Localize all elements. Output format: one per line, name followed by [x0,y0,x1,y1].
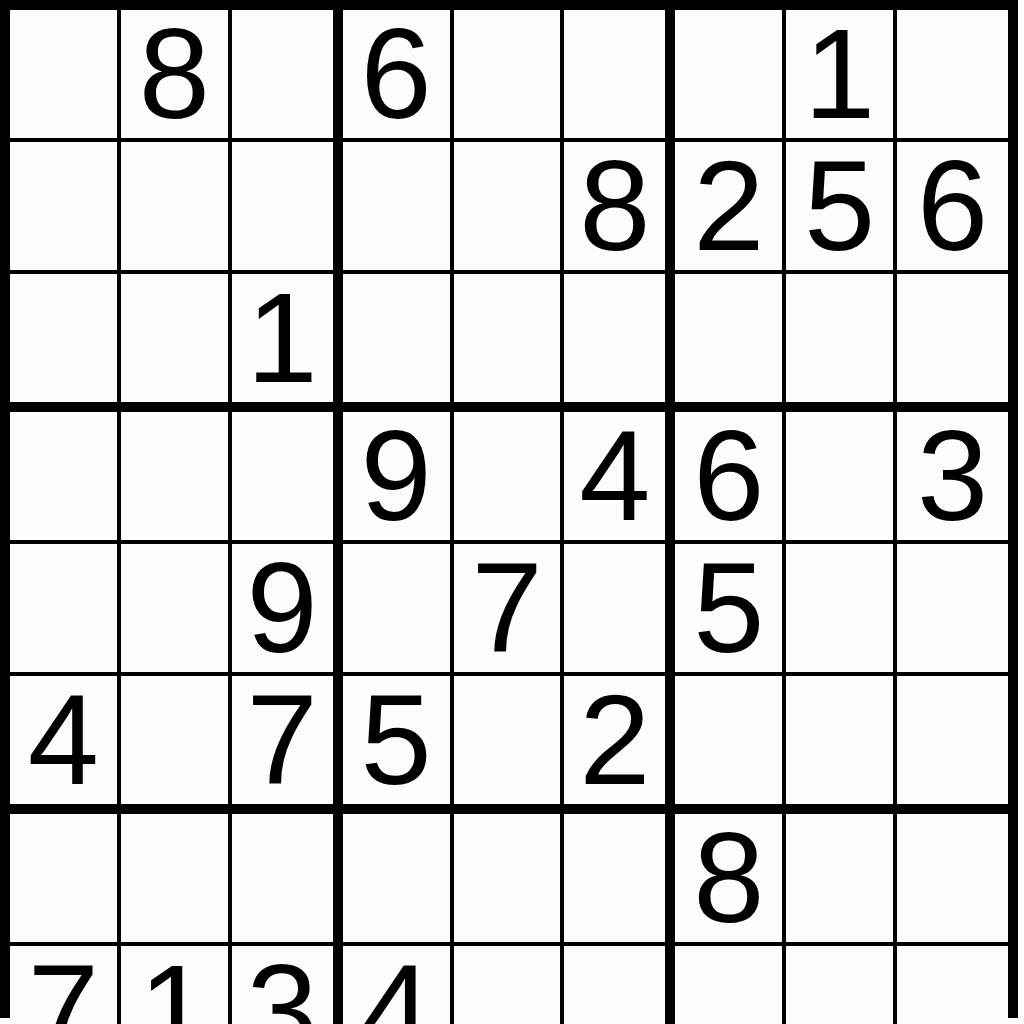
cell-r8c1-given-7[interactable]: 7 [10,946,121,1024]
cell-r6c3-given-7[interactable]: 7 [232,676,343,814]
cell-r7c9[interactable] [897,814,1008,946]
cell-r4c2[interactable] [121,412,232,544]
cell-r4c1[interactable] [10,412,121,544]
cell-r3c1[interactable] [10,274,121,412]
cell-r7c5[interactable] [454,814,565,946]
cell-r4c9-given-3[interactable]: 3 [897,412,1008,544]
cell-r6c7[interactable] [675,676,786,814]
cell-r2c8-given-5[interactable]: 5 [786,142,897,274]
cell-r7c1[interactable] [10,814,121,946]
cell-r5c1[interactable] [10,544,121,676]
cell-r5c7-given-5[interactable]: 5 [675,544,786,676]
page: 861825619463975475287134593 [0,0,1024,1024]
cell-r6c8[interactable] [786,676,897,814]
cell-r1c3[interactable] [232,10,343,142]
cell-r7c2[interactable] [121,814,232,946]
cell-r1c5[interactable] [454,10,565,142]
cell-r4c4-given-9[interactable]: 9 [343,412,454,544]
cell-r5c6[interactable] [564,544,675,676]
cell-r6c5[interactable] [454,676,565,814]
cell-r8c7[interactable] [675,946,786,1024]
cell-r7c3[interactable] [232,814,343,946]
cell-r2c4[interactable] [343,142,454,274]
cell-r3c3-given-1[interactable]: 1 [232,274,343,412]
cell-r6c4-given-5[interactable]: 5 [343,676,454,814]
cell-r5c8[interactable] [786,544,897,676]
cell-r6c6-given-2[interactable]: 2 [564,676,675,814]
cell-r8c2-given-1[interactable]: 1 [121,946,232,1024]
cell-r5c5-given-7[interactable]: 7 [454,544,565,676]
cell-r8c8[interactable] [786,946,897,1024]
cell-r7c7-given-8[interactable]: 8 [675,814,786,946]
cell-r7c6[interactable] [564,814,675,946]
cell-r2c7-given-2[interactable]: 2 [675,142,786,274]
cell-r1c8-given-1[interactable]: 1 [786,10,897,142]
cell-r5c9[interactable] [897,544,1008,676]
cell-r2c6-given-8[interactable]: 8 [564,142,675,274]
cell-r5c4[interactable] [343,544,454,676]
cell-r4c8[interactable] [786,412,897,544]
cell-r3c2[interactable] [121,274,232,412]
cell-r3c6[interactable] [564,274,675,412]
cell-r2c9-given-6[interactable]: 6 [897,142,1008,274]
cell-r1c1[interactable] [10,10,121,142]
cell-r7c8[interactable] [786,814,897,946]
cell-r1c6[interactable] [564,10,675,142]
cell-r4c5[interactable] [454,412,565,544]
cell-r8c9[interactable] [897,946,1008,1024]
sudoku-board: 861825619463975475287134593 [0,0,1018,1018]
cell-r1c4-given-6[interactable]: 6 [343,10,454,142]
cell-r4c6-given-4[interactable]: 4 [564,412,675,544]
cell-r4c7-given-6[interactable]: 6 [675,412,786,544]
cell-r8c3-given-3[interactable]: 3 [232,946,343,1024]
cell-r7c4[interactable] [343,814,454,946]
cell-r5c2[interactable] [121,544,232,676]
cell-r8c6[interactable] [564,946,675,1024]
cell-r4c3[interactable] [232,412,343,544]
cell-r2c2[interactable] [121,142,232,274]
cell-r3c7[interactable] [675,274,786,412]
cell-r3c8[interactable] [786,274,897,412]
cell-r2c3[interactable] [232,142,343,274]
cell-r3c5[interactable] [454,274,565,412]
cell-r6c2[interactable] [121,676,232,814]
cell-r2c5[interactable] [454,142,565,274]
cell-r6c9[interactable] [897,676,1008,814]
cell-r5c3-given-9[interactable]: 9 [232,544,343,676]
cell-r1c2-given-8[interactable]: 8 [121,10,232,142]
cell-r2c1[interactable] [10,142,121,274]
cell-r3c4[interactable] [343,274,454,412]
cell-r8c4-given-4[interactable]: 4 [343,946,454,1024]
cell-r8c5[interactable] [454,946,565,1024]
cell-r3c9[interactable] [897,274,1008,412]
cell-r1c9[interactable] [897,10,1008,142]
cell-r1c7[interactable] [675,10,786,142]
cell-r6c1-given-4[interactable]: 4 [10,676,121,814]
